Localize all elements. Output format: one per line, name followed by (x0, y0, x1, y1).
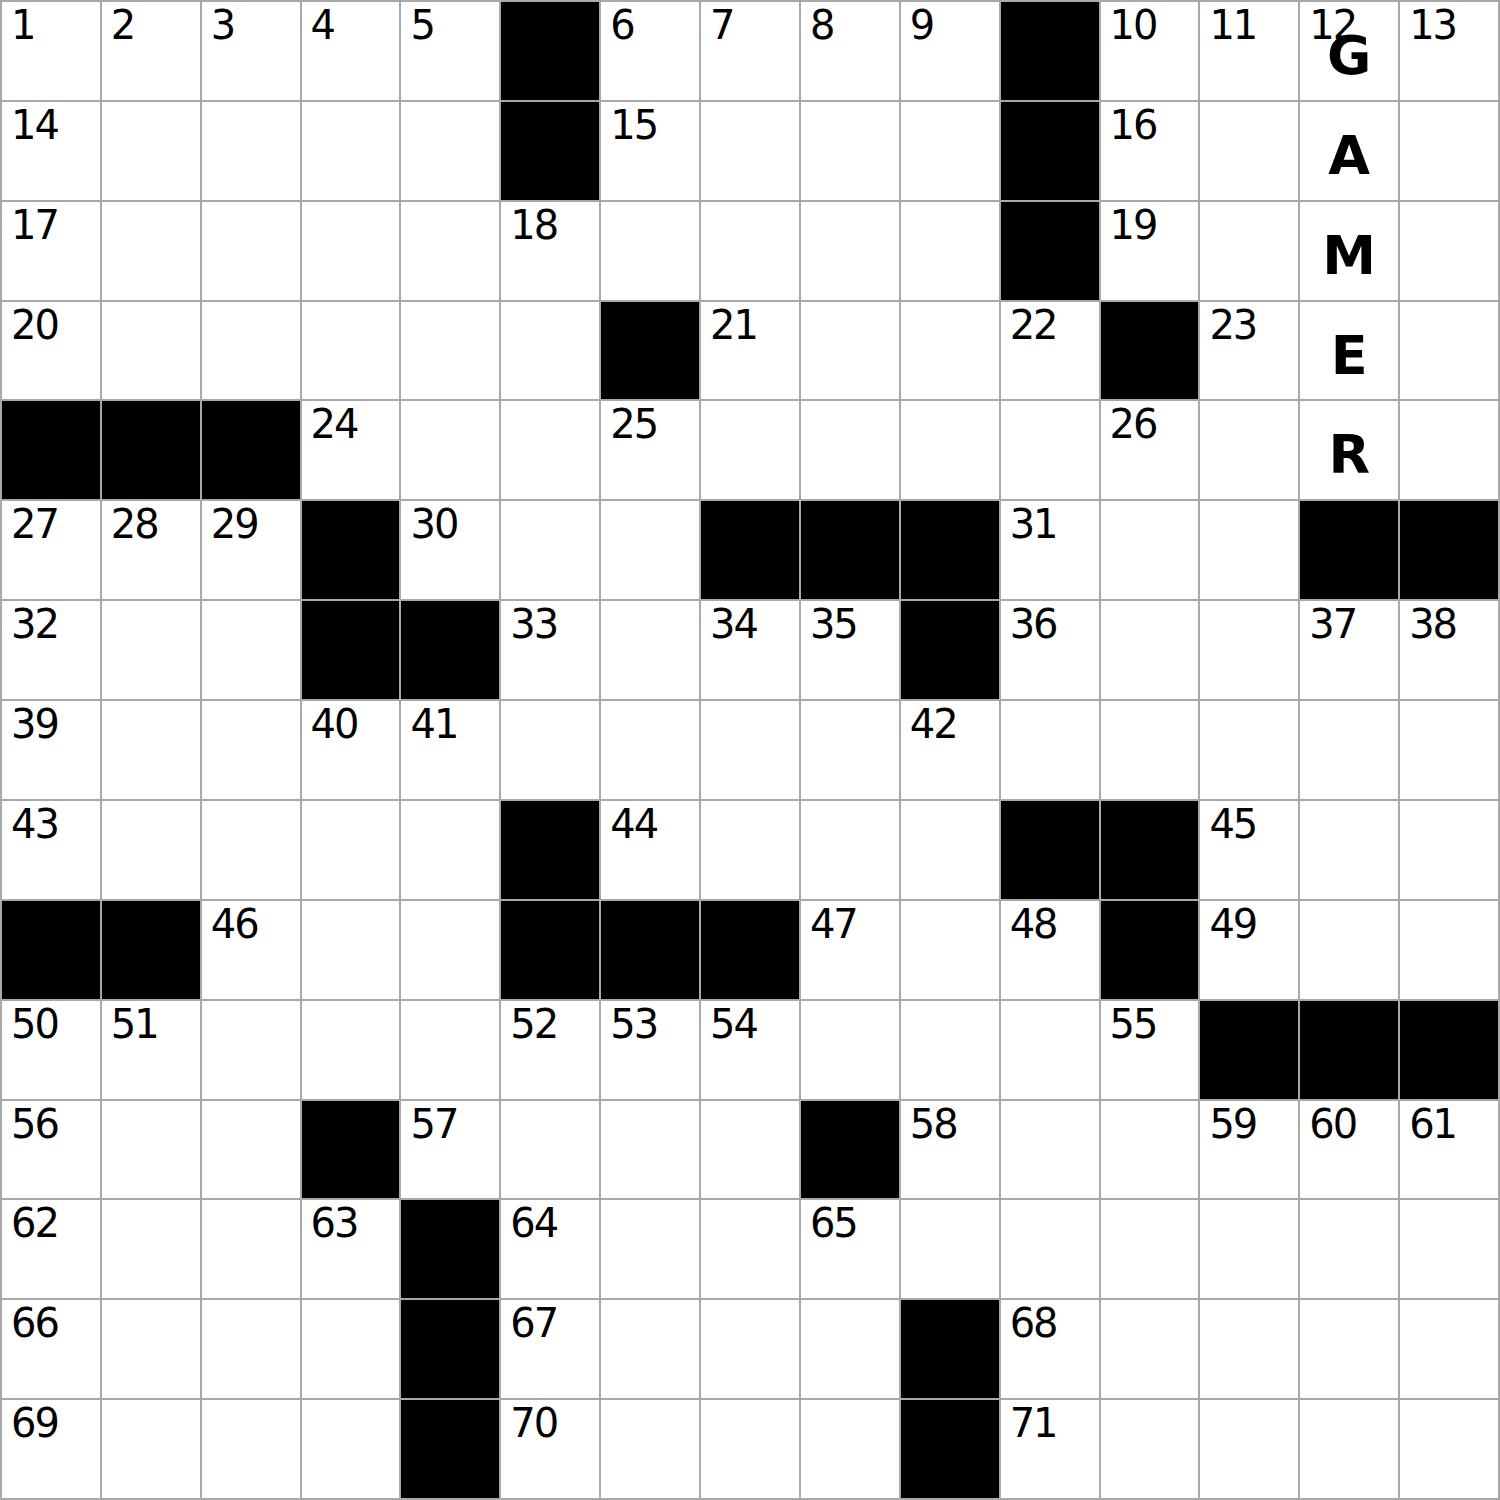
clue-number: 55 (1110, 1004, 1157, 1044)
crossword-cell[interactable]: 28 (102, 501, 200, 599)
crossword-cell[interactable] (202, 1001, 300, 1099)
clue-number: 40 (311, 704, 358, 744)
crossword-cell[interactable]: M (1300, 202, 1398, 300)
crossword-cell[interactable]: 10 (1101, 2, 1199, 100)
crossword-cell[interactable]: 45 (1200, 801, 1298, 899)
crossword-cell[interactable] (102, 1300, 200, 1398)
crossword-cell[interactable] (202, 1300, 300, 1398)
crossword-cell[interactable]: 25 (601, 401, 699, 499)
crossword-cell[interactable] (701, 1300, 799, 1398)
clue-number: 8 (810, 5, 833, 45)
crossword-cell[interactable]: 32 (2, 601, 100, 699)
cell-letter: A (1328, 119, 1370, 183)
cell-letter: M (1322, 219, 1376, 283)
crossword-block (1101, 901, 1199, 999)
crossword-cell[interactable] (701, 1400, 799, 1498)
crossword-block (501, 2, 599, 100)
crossword-cell[interactable] (1001, 1200, 1099, 1298)
clue-number: 29 (211, 504, 258, 544)
crossword-cell[interactable] (601, 1400, 699, 1498)
crossword-block (801, 1101, 899, 1199)
crossword-cell[interactable] (601, 701, 699, 799)
crossword-cell[interactable] (202, 202, 300, 300)
crossword-cell[interactable] (102, 801, 200, 899)
clue-number: 22 (1010, 305, 1057, 345)
crossword-cell[interactable] (1200, 1400, 1298, 1498)
crossword-cell[interactable]: 69 (2, 1400, 100, 1498)
crossword-cell[interactable] (102, 302, 200, 400)
clue-number: 71 (1010, 1403, 1057, 1443)
crossword-block (1400, 1001, 1498, 1099)
crossword-cell[interactable]: 27 (2, 501, 100, 599)
clue-number: 59 (1209, 1104, 1256, 1144)
crossword-cell[interactable] (701, 801, 799, 899)
crossword-cell[interactable]: 11 (1200, 2, 1298, 100)
crossword-cell[interactable] (1200, 102, 1298, 200)
crossword-cell[interactable] (601, 1300, 699, 1398)
crossword-cell[interactable] (501, 401, 599, 499)
crossword-cell[interactable]: 12G (1300, 2, 1398, 100)
crossword-cell[interactable]: 36 (1001, 601, 1099, 699)
crossword-cell[interactable]: 37 (1300, 601, 1398, 699)
clue-number: 16 (1110, 105, 1157, 145)
crossword-cell[interactable] (801, 401, 899, 499)
crossword-block (1300, 501, 1398, 599)
crossword-cell[interactable]: 29 (202, 501, 300, 599)
clue-number: 5 (410, 5, 433, 45)
crossword-block (1001, 202, 1099, 300)
crossword-cell[interactable] (1101, 1300, 1199, 1398)
crossword-cell[interactable]: 57 (401, 1101, 499, 1199)
crossword-cell[interactable] (801, 302, 899, 400)
crossword-cell[interactable] (401, 202, 499, 300)
crossword-block (1001, 102, 1099, 200)
crossword-cell[interactable]: 43 (2, 801, 100, 899)
crossword-block (401, 601, 499, 699)
crossword-cell[interactable]: 21 (701, 302, 799, 400)
crossword-cell[interactable] (1400, 701, 1498, 799)
clue-number: 57 (410, 1104, 457, 1144)
crossword-cell[interactable] (1300, 901, 1398, 999)
crossword-cell[interactable]: 64 (501, 1200, 599, 1298)
crossword-cell[interactable] (102, 1400, 200, 1498)
crossword-cell[interactable] (1400, 1200, 1498, 1298)
clue-number: 60 (1309, 1104, 1356, 1144)
crossword-cell[interactable]: 33 (501, 601, 599, 699)
clue-number: 50 (11, 1004, 58, 1044)
crossword-block (401, 1300, 499, 1398)
crossword-cell[interactable]: 19 (1101, 202, 1199, 300)
clue-number: 65 (810, 1203, 857, 1243)
crossword-cell[interactable]: A (1300, 102, 1398, 200)
crossword-cell[interactable] (102, 701, 200, 799)
crossword-cell[interactable]: R (1300, 401, 1398, 499)
crossword-cell[interactable]: E (1300, 302, 1398, 400)
crossword-cell[interactable] (801, 801, 899, 899)
clue-number: 34 (710, 604, 757, 644)
crossword-block (302, 601, 400, 699)
crossword-cell[interactable] (701, 1200, 799, 1298)
crossword-cell[interactable]: 5 (401, 2, 499, 100)
crossword-cell[interactable]: 40 (302, 701, 400, 799)
crossword-cell[interactable] (1300, 801, 1398, 899)
crossword-cell[interactable] (1400, 401, 1498, 499)
crossword-cell[interactable] (1400, 202, 1498, 300)
crossword-cell[interactable] (102, 601, 200, 699)
clue-number: 68 (1010, 1303, 1057, 1343)
crossword-cell[interactable] (1400, 1300, 1498, 1398)
clue-number: 9 (910, 5, 933, 45)
crossword-cell[interactable] (202, 1400, 300, 1498)
clue-number: 35 (810, 604, 857, 644)
crossword-cell[interactable]: 49 (1200, 901, 1298, 999)
crossword-block (401, 1200, 499, 1298)
clue-number: 15 (610, 105, 657, 145)
crossword-cell[interactable]: 61 (1400, 1101, 1498, 1199)
crossword-block (1300, 1001, 1398, 1099)
crossword-cell[interactable] (1300, 1300, 1398, 1398)
crossword-cell[interactable]: 39 (2, 701, 100, 799)
clue-number: 53 (610, 1004, 657, 1044)
crossword-cell[interactable]: 31 (1001, 501, 1099, 599)
crossword-cell[interactable]: 35 (801, 601, 899, 699)
crossword-cell[interactable]: 51 (102, 1001, 200, 1099)
crossword-cell[interactable] (1001, 1001, 1099, 1099)
clue-number: 62 (11, 1203, 58, 1243)
clue-number: 31 (1010, 504, 1057, 544)
crossword-cell[interactable]: 24 (302, 401, 400, 499)
clue-number: 3 (211, 5, 234, 45)
crossword-cell[interactable]: 15 (601, 102, 699, 200)
crossword-cell[interactable] (601, 1200, 699, 1298)
crossword-cell[interactable] (302, 1400, 400, 1498)
crossword-cell[interactable] (1200, 1300, 1298, 1398)
crossword-cell[interactable] (601, 501, 699, 599)
crossword-cell[interactable] (1101, 601, 1199, 699)
clue-number: 23 (1209, 305, 1256, 345)
clue-number: 41 (410, 704, 457, 744)
clue-number: 2 (111, 5, 134, 45)
crossword-cell[interactable] (901, 1001, 999, 1099)
crossword-cell[interactable] (901, 102, 999, 200)
crossword-cell[interactable] (1101, 701, 1199, 799)
clue-number: 70 (510, 1403, 557, 1443)
clue-number: 49 (1209, 904, 1256, 944)
clue-number: 67 (510, 1303, 557, 1343)
crossword-cell[interactable]: 26 (1101, 401, 1199, 499)
crossword-cell[interactable]: 42 (901, 701, 999, 799)
clue-number: 11 (1209, 5, 1256, 45)
crossword-block (701, 501, 799, 599)
crossword-cell[interactable] (1101, 1400, 1199, 1498)
crossword-cell[interactable] (801, 1300, 899, 1398)
crossword-cell[interactable] (801, 1400, 899, 1498)
crossword-cell[interactable] (801, 202, 899, 300)
crossword-cell[interactable]: 68 (1001, 1300, 1099, 1398)
clue-number: 69 (11, 1403, 58, 1443)
crossword-cell[interactable] (1400, 102, 1498, 200)
crossword-cell[interactable]: 41 (401, 701, 499, 799)
crossword-cell[interactable]: 34 (701, 601, 799, 699)
crossword-cell[interactable] (401, 102, 499, 200)
crossword-cell[interactable]: 2 (102, 2, 200, 100)
clue-number: 42 (910, 704, 957, 744)
crossword-cell[interactable]: 16 (1101, 102, 1199, 200)
cell-letter: R (1328, 418, 1370, 482)
clue-number: 27 (11, 504, 58, 544)
clue-number: 32 (11, 604, 58, 644)
crossword-cell[interactable] (302, 1001, 400, 1099)
crossword-cell[interactable] (1200, 1200, 1298, 1298)
crossword-cell[interactable] (1001, 1101, 1099, 1199)
crossword-cell[interactable] (601, 1101, 699, 1199)
crossword-cell[interactable]: 47 (801, 901, 899, 999)
crossword-cell[interactable]: 67 (501, 1300, 599, 1398)
crossword-cell[interactable]: 53 (601, 1001, 699, 1099)
crossword-cell[interactable]: 38 (1400, 601, 1498, 699)
clue-number: 30 (410, 504, 457, 544)
crossword-block (1001, 801, 1099, 899)
crossword-cell[interactable]: 9 (901, 2, 999, 100)
clue-number: 51 (111, 1004, 158, 1044)
crossword-cell[interactable] (501, 302, 599, 400)
crossword-cell[interactable] (601, 601, 699, 699)
crossword-cell[interactable]: 60 (1300, 1101, 1398, 1199)
crossword-cell[interactable] (1200, 401, 1298, 499)
crossword-cell[interactable]: 66 (2, 1300, 100, 1398)
clue-number: 20 (11, 305, 58, 345)
crossword-cell[interactable]: 55 (1101, 1001, 1199, 1099)
clue-number: 43 (11, 804, 58, 844)
crossword-cell[interactable] (901, 1200, 999, 1298)
crossword-cell[interactable] (901, 302, 999, 400)
crossword-cell[interactable] (302, 102, 400, 200)
crossword-block (2, 401, 100, 499)
crossword-cell[interactable] (1200, 601, 1298, 699)
crossword-cell[interactable] (302, 302, 400, 400)
crossword-cell[interactable]: 52 (501, 1001, 599, 1099)
crossword-cell[interactable] (202, 1200, 300, 1298)
crossword-cell[interactable] (202, 302, 300, 400)
crossword-cell[interactable] (1200, 501, 1298, 599)
crossword-cell[interactable] (1101, 501, 1199, 599)
crossword-cell[interactable] (901, 202, 999, 300)
crossword-cell[interactable] (401, 901, 499, 999)
crossword-cell[interactable] (202, 801, 300, 899)
crossword-cell[interactable] (801, 701, 899, 799)
crossword-cell[interactable] (801, 1001, 899, 1099)
clue-number: 6 (610, 5, 633, 45)
crossword-cell[interactable] (102, 1101, 200, 1199)
clue-number: 52 (510, 1004, 557, 1044)
crossword-block (501, 901, 599, 999)
crossword-cell[interactable]: 44 (601, 801, 699, 899)
clue-number: 36 (1010, 604, 1057, 644)
clue-number: 12 (1309, 5, 1356, 45)
crossword-block (901, 1400, 999, 1498)
clue-number: 18 (510, 205, 557, 245)
clue-number: 24 (311, 404, 358, 444)
crossword-cell[interactable] (1300, 1200, 1398, 1298)
clue-number: 61 (1409, 1104, 1456, 1144)
crossword-cell[interactable] (102, 102, 200, 200)
crossword-block (302, 501, 400, 599)
crossword-block (501, 801, 599, 899)
crossword-cell[interactable] (701, 102, 799, 200)
crossword-block (1200, 1001, 1298, 1099)
clue-number: 10 (1110, 5, 1157, 45)
clue-number: 14 (11, 105, 58, 145)
crossword-cell[interactable] (501, 701, 599, 799)
crossword-cell[interactable]: 4 (302, 2, 400, 100)
crossword-block (1001, 2, 1099, 100)
crossword-cell[interactable]: 46 (202, 901, 300, 999)
crossword-cell[interactable] (1001, 401, 1099, 499)
clue-number: 39 (11, 704, 58, 744)
crossword-cell[interactable] (102, 202, 200, 300)
crossword-block (302, 1101, 400, 1199)
crossword-cell[interactable] (901, 401, 999, 499)
crossword-cell[interactable] (102, 1200, 200, 1298)
crossword-block (1101, 302, 1199, 400)
crossword-block (102, 401, 200, 499)
crossword-block (1101, 801, 1199, 899)
clue-number: 56 (11, 1104, 58, 1144)
crossword-cell[interactable] (302, 901, 400, 999)
crossword-cell[interactable]: 59 (1200, 1101, 1298, 1199)
crossword-board: 123456789101112G13141516A171819M20212223… (0, 0, 1500, 1500)
clue-number: 47 (810, 904, 857, 944)
crossword-cell[interactable] (302, 1300, 400, 1398)
crossword-block (901, 601, 999, 699)
crossword-cell[interactable]: 7 (701, 2, 799, 100)
clue-number: 26 (1110, 404, 1157, 444)
clue-number: 1 (11, 5, 34, 45)
clue-number: 13 (1409, 5, 1456, 45)
crossword-cell[interactable]: 20 (2, 302, 100, 400)
clue-number: 38 (1409, 604, 1456, 644)
crossword-cell[interactable] (401, 401, 499, 499)
clue-number: 28 (111, 504, 158, 544)
crossword-cell[interactable] (1300, 701, 1398, 799)
crossword-cell[interactable]: 48 (1001, 901, 1099, 999)
crossword-cell[interactable] (1101, 1101, 1199, 1199)
crossword-cell[interactable] (501, 1101, 599, 1199)
crossword-cell[interactable]: 65 (801, 1200, 899, 1298)
clue-number: 46 (211, 904, 258, 944)
crossword-cell[interactable]: 30 (401, 501, 499, 599)
crossword-cell[interactable]: 3 (202, 2, 300, 100)
crossword-cell[interactable] (701, 401, 799, 499)
crossword-cell[interactable] (701, 701, 799, 799)
clue-number: 45 (1209, 804, 1256, 844)
crossword-cell[interactable] (202, 1101, 300, 1199)
crossword-cell[interactable]: 54 (701, 1001, 799, 1099)
crossword-cell[interactable] (302, 801, 400, 899)
clue-number: 33 (510, 604, 557, 644)
clue-number: 48 (1010, 904, 1057, 944)
clue-number: 17 (11, 205, 58, 245)
crossword-cell[interactable]: 56 (2, 1101, 100, 1199)
crossword-cell[interactable] (302, 202, 400, 300)
crossword-cell[interactable] (1400, 801, 1498, 899)
crossword-cell[interactable] (1001, 701, 1099, 799)
crossword-cell[interactable] (1200, 701, 1298, 799)
crossword-cell[interactable] (401, 302, 499, 400)
crossword-cell[interactable] (401, 801, 499, 899)
crossword-cell[interactable]: 22 (1001, 302, 1099, 400)
crossword-block (801, 501, 899, 599)
crossword-block (501, 102, 599, 200)
crossword-block (601, 901, 699, 999)
crossword-cell[interactable]: 23 (1200, 302, 1298, 400)
crossword-cell[interactable] (901, 801, 999, 899)
crossword-cell[interactable]: 58 (901, 1101, 999, 1199)
crossword-block (202, 401, 300, 499)
crossword-cell[interactable] (1101, 1200, 1199, 1298)
crossword-cell[interactable] (202, 601, 300, 699)
crossword-cell[interactable] (1400, 1400, 1498, 1498)
crossword-block (1400, 501, 1498, 599)
crossword-cell[interactable] (202, 102, 300, 200)
crossword-block (601, 302, 699, 400)
crossword-cell[interactable]: 8 (801, 2, 899, 100)
clue-number: 25 (610, 404, 657, 444)
crossword-cell[interactable] (901, 901, 999, 999)
crossword-cell[interactable] (1300, 1400, 1398, 1498)
crossword-cell[interactable]: 71 (1001, 1400, 1099, 1498)
crossword-cell[interactable] (601, 202, 699, 300)
crossword-cell[interactable]: 6 (601, 2, 699, 100)
crossword-cell[interactable]: 62 (2, 1200, 100, 1298)
crossword-cell[interactable] (401, 1001, 499, 1099)
clue-number: 66 (11, 1303, 58, 1343)
crossword-cell[interactable] (801, 102, 899, 200)
clue-number: 54 (710, 1004, 757, 1044)
crossword-cell[interactable]: 1 (2, 2, 100, 100)
crossword-block (102, 901, 200, 999)
crossword-cell[interactable] (1200, 202, 1298, 300)
clue-number: 19 (1110, 205, 1157, 245)
crossword-cell[interactable] (1400, 901, 1498, 999)
crossword-cell[interactable]: 13 (1400, 2, 1498, 100)
crossword-cell[interactable]: 17 (2, 202, 100, 300)
cell-letter: E (1331, 319, 1368, 383)
crossword-cell[interactable] (1400, 302, 1498, 400)
clue-number: 7 (710, 5, 733, 45)
crossword-block (2, 901, 100, 999)
crossword-block (701, 901, 799, 999)
crossword-cell[interactable] (501, 501, 599, 599)
crossword-block (401, 1400, 499, 1498)
clue-number: 63 (311, 1203, 358, 1243)
crossword-cell[interactable] (701, 202, 799, 300)
clue-number: 37 (1309, 604, 1356, 644)
crossword-cell[interactable]: 18 (501, 202, 599, 300)
crossword-cell[interactable]: 63 (302, 1200, 400, 1298)
clue-number: 44 (610, 804, 657, 844)
clue-number: 58 (910, 1104, 957, 1144)
crossword-block (901, 1300, 999, 1398)
crossword-cell[interactable]: 50 (2, 1001, 100, 1099)
crossword-cell[interactable]: 70 (501, 1400, 599, 1498)
clue-number: 64 (510, 1203, 557, 1243)
crossword-cell[interactable] (701, 1101, 799, 1199)
crossword-block (901, 501, 999, 599)
crossword-cell[interactable] (202, 701, 300, 799)
clue-number: 4 (311, 5, 334, 45)
crossword-cell[interactable]: 14 (2, 102, 100, 200)
